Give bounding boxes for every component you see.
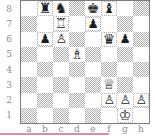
square-e4 — [85, 62, 101, 77]
square-a8 — [21, 1, 37, 16]
square-d4 — [69, 62, 85, 77]
square-c3 — [53, 77, 69, 92]
square-d3 — [69, 77, 85, 92]
piece-black-bishop: ♝ — [102, 2, 117, 15]
square-e6 — [85, 32, 101, 47]
square-a1 — [21, 108, 37, 123]
square-a2 — [21, 93, 37, 108]
square-d1 — [69, 108, 85, 123]
piece-black-king: ♚ — [86, 2, 101, 15]
rank-label-8: 8 — [0, 1, 16, 16]
file-label-g: g — [117, 124, 133, 134]
piece-black-pawn: ♟ — [118, 33, 131, 45]
square-h1 — [133, 108, 149, 123]
square-f5 — [101, 47, 117, 62]
square-c2 — [53, 93, 69, 108]
rank-labels: 87654321 — [0, 1, 16, 123]
square-d2 — [69, 93, 85, 108]
chess-board: ♜♞♚♝♖♟♟♙♛♟♗♕♙♙♙♔ — [20, 0, 150, 124]
square-e5 — [85, 47, 101, 62]
square-c8: ♞ — [53, 1, 69, 16]
square-e7: ♟ — [85, 16, 101, 31]
rank-label-6: 6 — [0, 32, 16, 47]
rank-label-2: 2 — [0, 93, 16, 108]
square-d7 — [69, 16, 85, 31]
square-b5 — [37, 47, 53, 62]
chess-diagram: 87654321 ♜♞♚♝♖♟♟♙♛♟♗♕♙♙♙♔ abcdefgh — [0, 0, 155, 136]
square-g6: ♟ — [117, 32, 133, 47]
square-d6 — [69, 32, 85, 47]
square-f3: ♕ — [101, 77, 117, 92]
square-b4 — [37, 62, 53, 77]
square-e3 — [85, 77, 101, 92]
piece-white-pawn: ♙ — [102, 94, 115, 106]
square-h7 — [133, 16, 149, 31]
square-a7 — [21, 16, 37, 31]
square-c7: ♖ — [53, 16, 69, 31]
square-h6 — [133, 32, 149, 47]
piece-white-king: ♔ — [118, 109, 133, 122]
square-f2: ♙ — [101, 93, 117, 108]
square-g2: ♙ — [117, 93, 133, 108]
rank-label-3: 3 — [0, 77, 16, 92]
square-a4 — [21, 62, 37, 77]
piece-black-pawn: ♟ — [38, 33, 51, 45]
rank-label-7: 7 — [0, 16, 16, 31]
square-b2 — [37, 93, 53, 108]
square-a6 — [21, 32, 37, 47]
piece-black-queen: ♛ — [102, 33, 117, 46]
piece-white-pawn: ♙ — [134, 94, 147, 106]
square-h3 — [133, 77, 149, 92]
square-b8: ♜ — [37, 1, 53, 16]
piece-black-rook: ♜ — [38, 2, 53, 15]
square-e8: ♚ — [85, 1, 101, 16]
square-b1 — [37, 108, 53, 123]
square-h2: ♙ — [133, 93, 149, 108]
square-e1 — [85, 108, 101, 123]
square-b6: ♟ — [37, 32, 53, 47]
square-g3 — [117, 77, 133, 92]
square-g1: ♔ — [117, 108, 133, 123]
piece-white-pawn: ♙ — [118, 94, 131, 106]
piece-white-rook: ♖ — [54, 17, 69, 30]
piece-white-bishop: ♗ — [70, 48, 85, 61]
square-b7 — [37, 16, 53, 31]
square-c1 — [53, 108, 69, 123]
rank-label-5: 5 — [0, 47, 16, 62]
square-c5 — [53, 47, 69, 62]
square-h5 — [133, 47, 149, 62]
rank-label-1: 1 — [0, 108, 16, 123]
square-f1 — [101, 108, 117, 123]
square-f4 — [101, 62, 117, 77]
square-g7 — [117, 16, 133, 31]
rank-label-4: 4 — [0, 62, 16, 77]
square-c4 — [53, 62, 69, 77]
square-g8 — [117, 1, 133, 16]
square-a5 — [21, 47, 37, 62]
piece-black-knight: ♞ — [54, 2, 69, 15]
square-a3 — [21, 77, 37, 92]
square-f8: ♝ — [101, 1, 117, 16]
square-g5 — [117, 47, 133, 62]
square-d8 — [69, 1, 85, 16]
piece-white-queen: ♕ — [102, 78, 117, 91]
bottom-accent-rule — [0, 133, 109, 135]
piece-white-pawn: ♙ — [54, 33, 67, 45]
square-c6: ♙ — [53, 32, 69, 47]
square-d5: ♗ — [69, 47, 85, 62]
square-f6: ♛ — [101, 32, 117, 47]
square-g4 — [117, 62, 133, 77]
square-e2 — [85, 93, 101, 108]
square-f7 — [101, 16, 117, 31]
square-b3 — [37, 77, 53, 92]
file-label-h: h — [133, 124, 149, 134]
piece-black-pawn: ♟ — [86, 18, 99, 30]
square-h8 — [133, 1, 149, 16]
square-h4 — [133, 62, 149, 77]
